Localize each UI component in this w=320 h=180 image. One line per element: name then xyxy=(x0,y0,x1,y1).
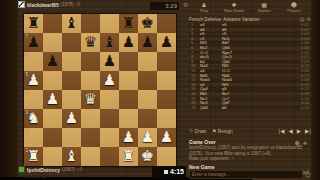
white-pawn-b4[interactable]: ♟ xyxy=(43,90,62,109)
square-f4[interactable] xyxy=(119,90,138,109)
resign-button[interactable]: ⚑ Resign xyxy=(212,128,233,134)
black-king-g8[interactable]: ♚ xyxy=(138,14,157,33)
square-e2[interactable] xyxy=(100,128,119,147)
square-b3[interactable] xyxy=(43,109,62,128)
square-c1[interactable]: ♝ xyxy=(62,147,81,166)
square-c4[interactable] xyxy=(62,90,81,109)
bottom-clock-time: 4:15 xyxy=(170,168,184,175)
nav-forward-button[interactable]: ▶ xyxy=(297,128,301,134)
square-e6[interactable]: ♟ xyxy=(100,52,119,71)
square-d3[interactable] xyxy=(81,109,100,128)
white-king-g1[interactable]: ♚ xyxy=(138,147,157,166)
square-b5[interactable] xyxy=(43,71,62,90)
square-b1[interactable] xyxy=(43,147,62,166)
square-e7[interactable]: ♝ xyxy=(100,33,119,52)
square-f7[interactable]: ♟ xyxy=(119,33,138,52)
square-d6[interactable] xyxy=(81,52,100,71)
square-h5[interactable] xyxy=(157,71,176,90)
square-e3[interactable] xyxy=(100,109,119,128)
rank-label-8: 8 xyxy=(26,15,29,20)
right-edge-strip xyxy=(311,0,320,180)
square-f3[interactable] xyxy=(119,109,138,128)
square-g6[interactable] xyxy=(138,52,157,71)
opening-row: French Defense: Advance Variation ▤ ⚙ xyxy=(189,16,311,22)
tab-label: Players xyxy=(279,8,309,13)
new-game-icon: ✚ xyxy=(219,1,249,8)
square-g2[interactable]: ♟ xyxy=(138,128,157,147)
chess-board[interactable]: ♜♝♜♚♟♛♝♟♟♟♟♟♟♟♟♛♞♟♟♟♟♜♝♜♚ xyxy=(24,14,176,166)
square-d7[interactable]: ♛ xyxy=(81,33,100,52)
rank-label-3: 3 xyxy=(26,110,29,115)
square-h7[interactable]: ♟ xyxy=(157,33,176,52)
games-icon: ▦ xyxy=(249,1,279,8)
black-bishop-c8[interactable]: ♝ xyxy=(62,14,81,33)
square-g7[interactable]: ♟ xyxy=(138,33,157,52)
square-c3[interactable]: ♟ xyxy=(62,109,81,128)
square-h1[interactable] xyxy=(157,147,176,166)
draw-flag-icon: ⚐ xyxy=(189,128,193,134)
white-pawn-e5[interactable]: ♟ xyxy=(100,71,119,90)
rank-label-5: 5 xyxy=(26,72,29,77)
square-g5[interactable] xyxy=(138,71,157,90)
opening-name: French Defense: Advance Variation xyxy=(189,17,259,22)
square-f2[interactable]: ♟ xyxy=(119,128,138,147)
players-icon: ☻ xyxy=(279,1,309,8)
white-bishop-c1[interactable]: ♝ xyxy=(62,147,81,166)
profile-icon[interactable]: ☻ xyxy=(295,140,300,146)
flag-icon xyxy=(164,170,168,174)
top-player-flag-avatar xyxy=(18,1,25,8)
rank-label-7: 7 xyxy=(26,34,29,39)
rank-label-6: 6 xyxy=(26,53,29,58)
online-status-dot xyxy=(18,166,25,173)
tab-label: New Game xyxy=(219,8,249,13)
bottom-player-rating: (1567) xyxy=(62,167,75,172)
nav-first-button[interactable]: |◀ xyxy=(278,128,284,134)
square-b8[interactable] xyxy=(43,14,62,33)
square-g4[interactable] xyxy=(138,90,157,109)
rank-label-2: 2 xyxy=(26,129,29,134)
tab-label: Play xyxy=(189,8,219,13)
rank-label-4: 4 xyxy=(26,91,29,96)
square-e4[interactable] xyxy=(100,90,119,109)
square-e8[interactable] xyxy=(100,14,119,33)
square-g3[interactable] xyxy=(138,109,157,128)
panel-tabs: ♟Play✚New Game▦Games☻Players xyxy=(189,1,311,13)
top-player-rating-delta: -8 xyxy=(76,2,80,7)
top-player-rating: (1575) xyxy=(61,2,74,7)
square-h4[interactable] xyxy=(157,90,176,109)
square-c2[interactable] xyxy=(62,128,81,147)
square-b7[interactable] xyxy=(43,33,62,52)
nav-last-button[interactable]: ▶| xyxy=(305,128,311,134)
live-chess-app: blackdwarf85 (1575) -8 ♞♝♟ 3:29 ⚙ ♜♝♜♚♟♛… xyxy=(0,0,320,180)
nav-back-button[interactable]: ◀ xyxy=(288,128,292,134)
white-pawn-f2[interactable]: ♟ xyxy=(119,128,138,147)
square-h3[interactable] xyxy=(157,109,176,128)
black-pawn-g7[interactable]: ♟ xyxy=(138,33,157,52)
square-e5[interactable]: ♟ xyxy=(100,71,119,90)
square-f8[interactable]: ♜ xyxy=(119,14,138,33)
square-b4[interactable]: ♟ xyxy=(43,90,62,109)
square-d4[interactable]: ♛ xyxy=(81,90,100,109)
white-rook-f1[interactable]: ♜ xyxy=(119,147,138,166)
square-c5[interactable] xyxy=(62,71,81,90)
black-bishop-e7[interactable]: ♝ xyxy=(100,33,119,52)
square-e1[interactable] xyxy=(100,147,119,166)
square-d1[interactable] xyxy=(81,147,100,166)
white-pawn-c3[interactable]: ♟ xyxy=(62,109,81,128)
black-move[interactable]: b6 xyxy=(222,106,246,111)
top-player-name[interactable]: blackdwarf85 xyxy=(27,2,59,8)
tab-new-game[interactable]: ✚New Game xyxy=(219,1,249,13)
rate-opponent-row: Rate your opponent: ☝ ☟ xyxy=(189,156,311,162)
square-g1[interactable]: ♚ xyxy=(138,147,157,166)
square-f1[interactable]: ♜ xyxy=(119,147,138,166)
top-clock: 3:29 xyxy=(150,2,179,10)
black-pawn-f7[interactable]: ♟ xyxy=(119,33,138,52)
move-list: 1.e4e60:012.d4d50:023.e5c50:034.c3Nc60:0… xyxy=(189,23,311,110)
add-friend-icon[interactable]: ✚ xyxy=(303,140,307,146)
game-over-message: IpshitDninocy (1567) won by resignation … xyxy=(189,145,311,156)
square-b2[interactable] xyxy=(43,128,62,147)
move-time: 0:15 xyxy=(246,106,311,111)
emoji-icon[interactable]: ☺ xyxy=(305,171,311,178)
square-h6[interactable] xyxy=(157,52,176,71)
board-settings-gear-icon[interactable]: ⚙ xyxy=(183,1,188,8)
move-number: 19. xyxy=(189,106,200,111)
black-queen-d7[interactable]: ♛ xyxy=(81,33,100,52)
square-h8[interactable] xyxy=(157,14,176,33)
square-f6[interactable] xyxy=(119,52,138,71)
tab-play[interactable]: ♟Play xyxy=(189,1,219,13)
move-row: 19.Qd4b60:15 xyxy=(189,106,311,111)
square-c8[interactable]: ♝ xyxy=(62,14,81,33)
square-b6[interactable]: ♟ xyxy=(43,52,62,71)
tab-label: Games xyxy=(249,8,279,13)
square-c7[interactable] xyxy=(62,33,81,52)
bottom-clock: 4:15 xyxy=(152,166,186,177)
bottom-player-rating-delta: +8 xyxy=(77,167,82,172)
square-h2[interactable]: ♟ xyxy=(157,128,176,147)
black-rook-f8[interactable]: ♜ xyxy=(119,14,138,33)
bottom-captured-pieces: ♞♞♟♟ xyxy=(25,173,47,179)
bottom-player-name[interactable]: IpshitDninocy xyxy=(27,167,60,173)
square-f5[interactable] xyxy=(119,71,138,90)
thumb-up-icon[interactable]: ☝ xyxy=(231,156,234,162)
left-edge-strip xyxy=(0,0,18,180)
move-navigation: |◀◀▶▶| xyxy=(278,128,311,134)
square-g8[interactable]: ♚ xyxy=(138,14,157,33)
chat-input-row: ☺ xyxy=(189,170,311,179)
white-pawn-h2[interactable]: ♟ xyxy=(157,128,176,147)
play-icon: ♟ xyxy=(189,1,219,8)
square-d5[interactable] xyxy=(81,71,100,90)
tab-players[interactable]: ☻Players xyxy=(279,1,309,13)
square-d8[interactable] xyxy=(81,14,100,33)
square-d2[interactable] xyxy=(81,128,100,147)
white-move[interactable]: Qd4 xyxy=(200,106,222,111)
draw-button[interactable]: ⚐ Draw xyxy=(189,128,206,134)
black-pawn-h7[interactable]: ♟ xyxy=(157,33,176,52)
square-c6[interactable] xyxy=(62,52,81,71)
tab-games[interactable]: ▦Games xyxy=(249,1,279,13)
black-pawn-b6[interactable]: ♟ xyxy=(43,52,62,71)
resign-flag-icon: ⚑ xyxy=(212,128,216,134)
white-pawn-g2[interactable]: ♟ xyxy=(138,128,157,147)
rank-label-1: 1 xyxy=(26,148,29,153)
chat-message-input[interactable] xyxy=(189,170,303,179)
black-pawn-e6[interactable]: ♟ xyxy=(100,52,119,71)
game-controls-toolbar: ⚐ Draw ⚑ Resign |◀◀▶▶| xyxy=(189,128,311,134)
thumb-down-icon[interactable]: ☟ xyxy=(238,156,241,162)
white-queen-d4[interactable]: ♛ xyxy=(81,90,100,109)
